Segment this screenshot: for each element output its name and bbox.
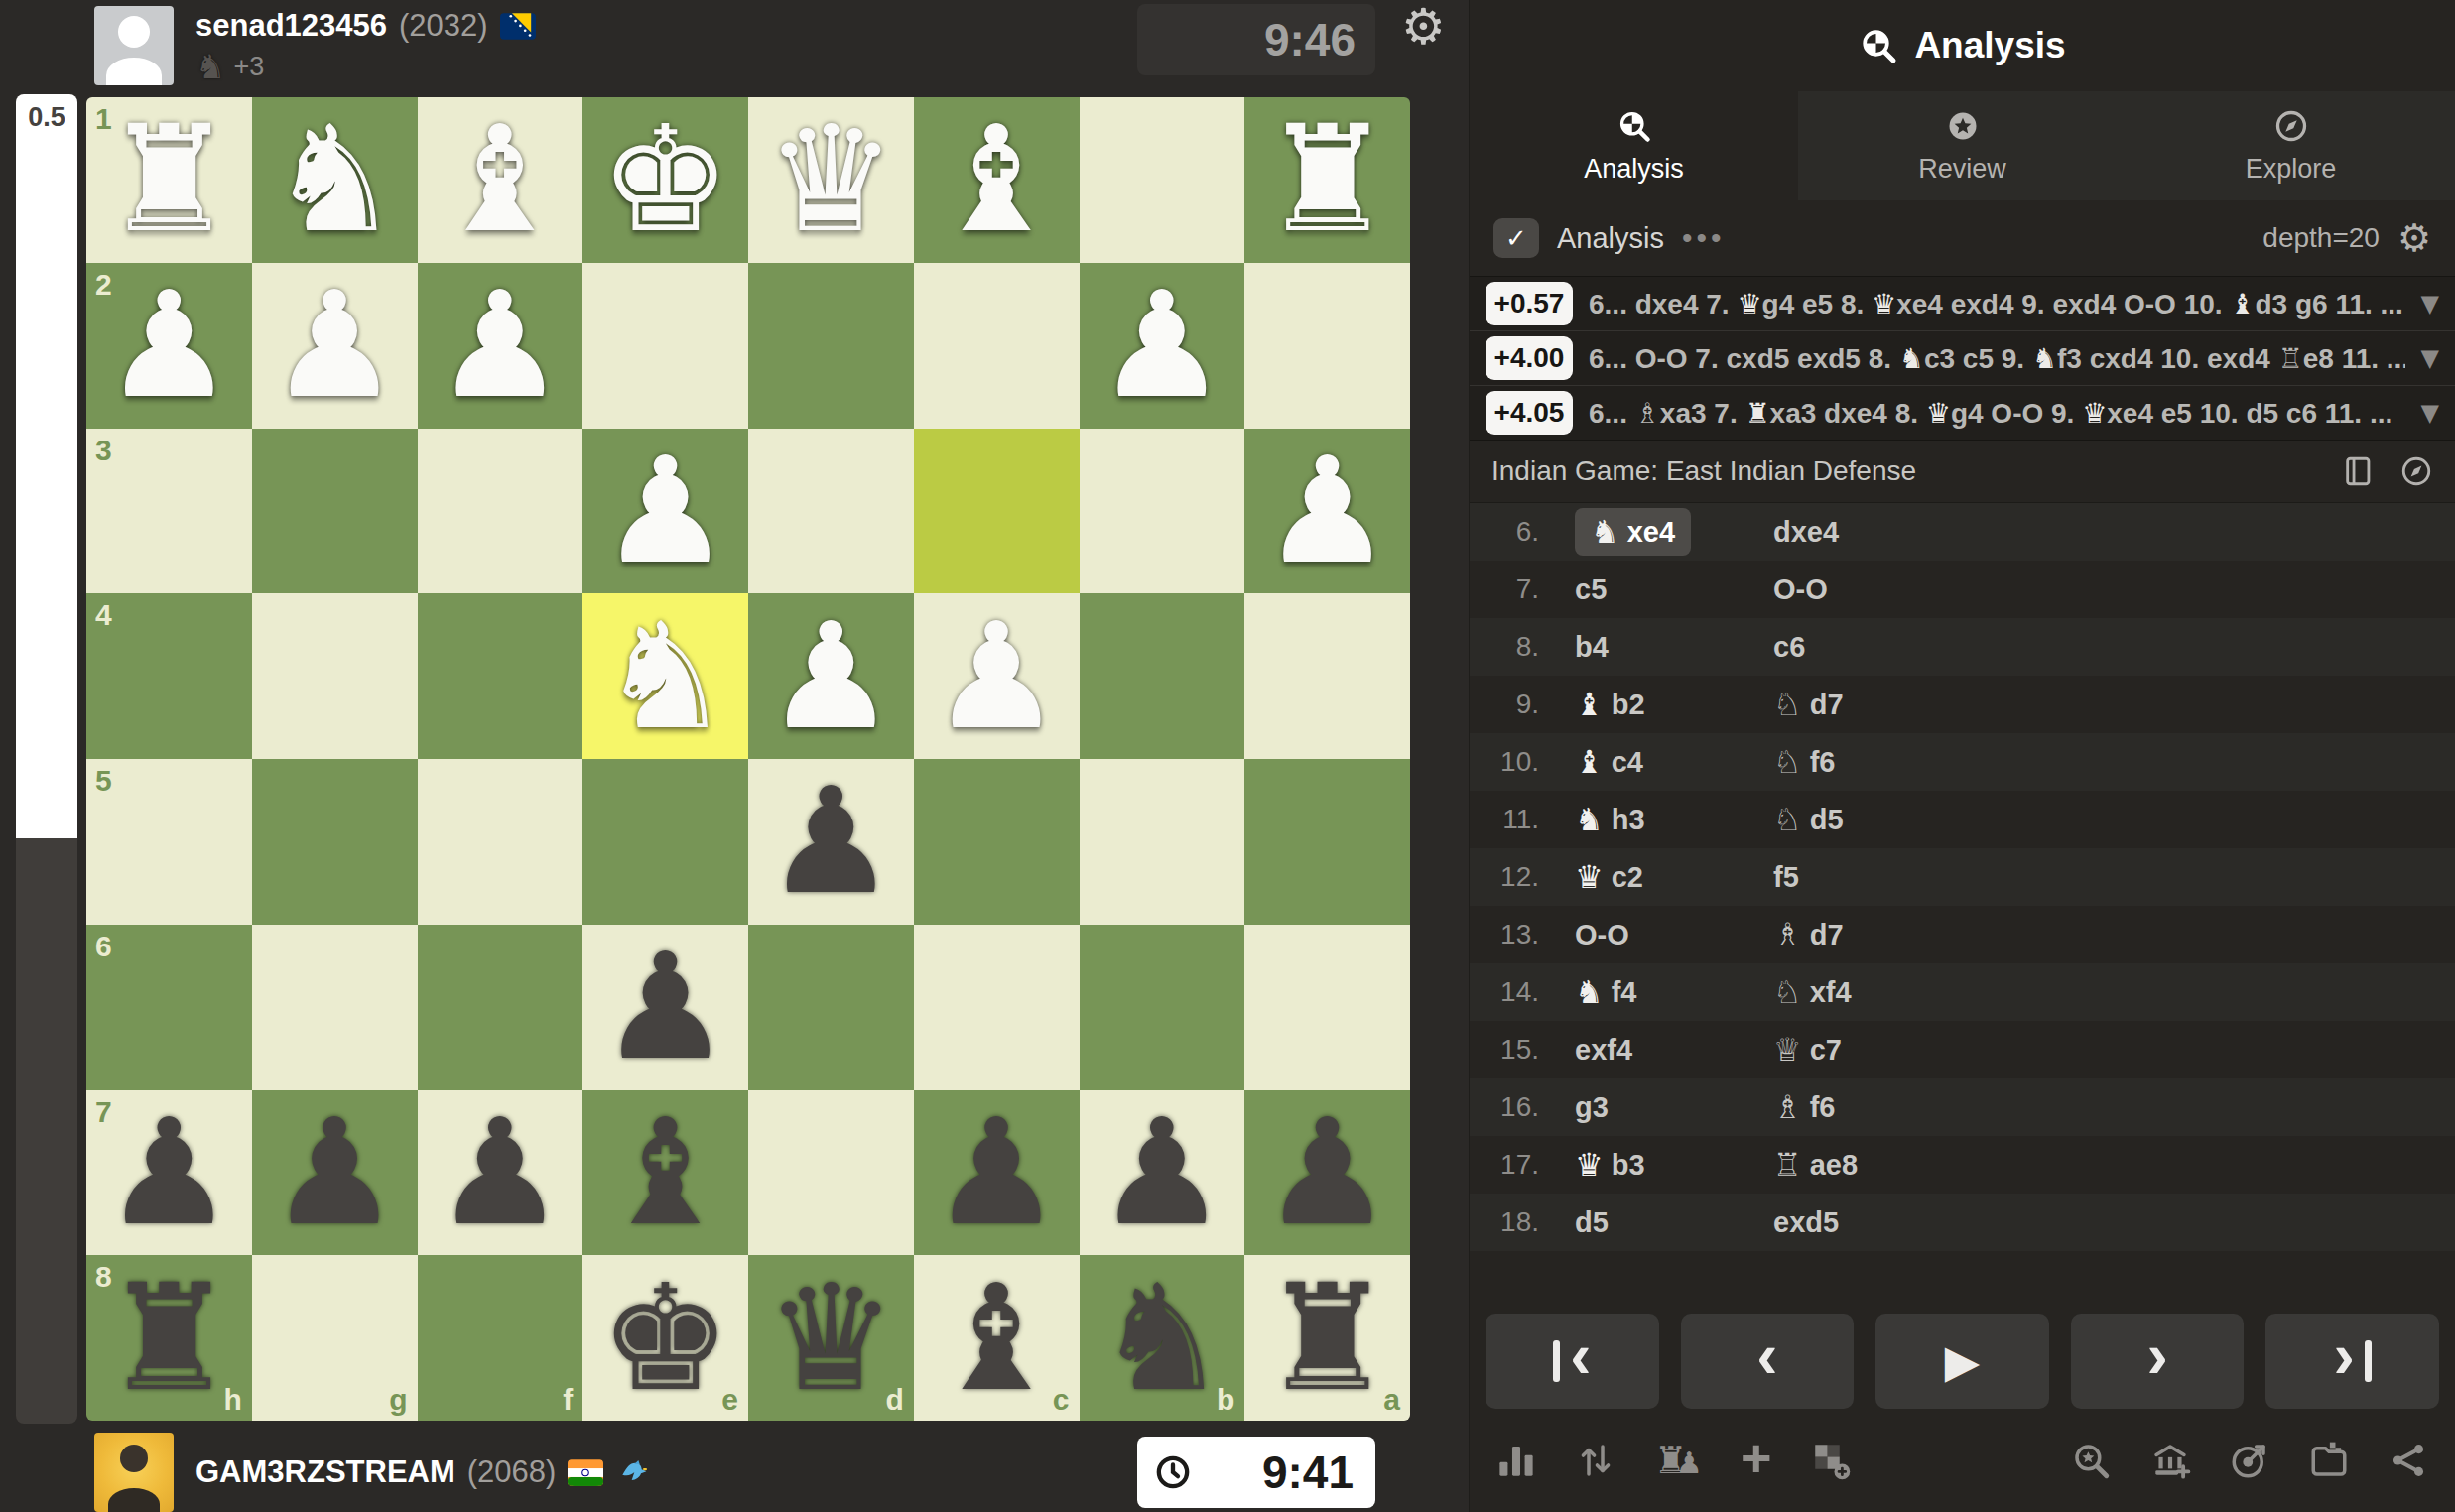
square-f6[interactable] xyxy=(418,925,583,1090)
tab-bar: Analysis Review Explore xyxy=(1470,91,2455,200)
openings-library-icon[interactable] xyxy=(2149,1440,2191,1481)
analysis-magnifier-icon xyxy=(1859,26,1898,65)
tab-analysis-label: Analysis xyxy=(1584,154,1684,185)
square-a6[interactable] xyxy=(1244,925,1410,1090)
chess-board: 1♜♞♝♚♛♝♜2♟♟♟♟3♟♟4♞♟♟5♟6♟7♟♟♟♝♟♟♟8h♜gfe♚d… xyxy=(86,97,1410,1421)
white-knight-piece: ♞ xyxy=(269,106,401,253)
square-e2[interactable] xyxy=(582,263,748,429)
forward-icon: › xyxy=(2146,1323,2167,1387)
black-rook-piece: ♜ xyxy=(1261,1265,1393,1412)
square-b7[interactable]: ♟ xyxy=(1080,1090,1245,1256)
bosnia-flag-icon xyxy=(500,13,536,40)
square-f3[interactable] xyxy=(418,429,583,594)
square-f4[interactable] xyxy=(418,593,583,759)
opening-explorer-compass-icon[interactable] xyxy=(2399,454,2433,488)
engine-depth: depth=20 xyxy=(2262,222,2380,254)
square-d5[interactable]: ♟ xyxy=(748,759,914,925)
move-navigation: ‹‹▶›› xyxy=(1470,1314,2455,1409)
engine-lines: +0.576... dxe4 7. ♛g4 e5 8. ♛xe4 exd4 9.… xyxy=(1470,276,2455,441)
evaluation-chart-icon[interactable] xyxy=(1495,1440,1537,1481)
evaluation-bar: 0.5 xyxy=(16,94,77,1424)
move-row-13: 13.O-O♗d7 xyxy=(1470,906,2455,963)
play-move-button[interactable]: ▶ xyxy=(1875,1314,2049,1409)
move-row-14: 14.♞f4♘xf4 xyxy=(1470,963,2455,1021)
black-move-13[interactable]: ♗d7 xyxy=(1773,916,2455,953)
move-number: 15. xyxy=(1500,1034,1545,1066)
black-bishop-figurine-icon: ♗ xyxy=(1635,397,1660,430)
engine-line-moves: 6... O-O 7. cxd5 exd5 8. ♞c3 c5 9. ♞f3 c… xyxy=(1589,342,2405,375)
white-bishop-figurine-icon: ♝ xyxy=(1575,743,1604,781)
square-c6[interactable] xyxy=(914,925,1080,1090)
square-e5[interactable] xyxy=(582,759,748,925)
top-player-rating: (2032) xyxy=(399,8,488,44)
square-h8[interactable]: 8h♜ xyxy=(86,1255,252,1421)
back-icon: ‹ xyxy=(1756,1323,1777,1387)
square-h3[interactable]: 3 xyxy=(86,429,252,594)
black-pawn-piece: ♟ xyxy=(1261,1099,1393,1246)
square-b4[interactable] xyxy=(1080,593,1245,759)
black-pawn-piece: ♟ xyxy=(599,934,731,1080)
black-pawn-piece: ♟ xyxy=(765,768,897,915)
black-knight-figurine-icon: ♘ xyxy=(1773,686,1802,723)
square-c5[interactable] xyxy=(914,759,1080,925)
file-label-a: a xyxy=(1383,1383,1400,1417)
black-pawn-piece: ♟ xyxy=(931,1099,1063,1246)
black-move-6[interactable]: dxe4 xyxy=(1773,516,2455,549)
move-number: 11. xyxy=(1502,804,1545,835)
move-row-11: 11.♞h3♘d5 xyxy=(1470,791,2455,848)
square-b5[interactable] xyxy=(1080,759,1245,925)
white-pawn-piece: ♟ xyxy=(435,272,567,419)
black-move-14[interactable]: ♘xf4 xyxy=(1773,973,2455,1011)
move-row-8: 8.b4c6 xyxy=(1470,618,2455,676)
add-icon[interactable]: + xyxy=(1741,1434,1772,1487)
rank-label-8: 8 xyxy=(95,1260,112,1294)
move-number: 9. xyxy=(1516,689,1545,720)
black-move-10[interactable]: ♘f6 xyxy=(1773,743,2455,781)
square-b1[interactable] xyxy=(1080,97,1245,263)
square-a1[interactable]: ♜ xyxy=(1244,97,1410,263)
expand-line-caret-icon[interactable]: ▼ xyxy=(2421,344,2439,372)
white-rook-piece: ♜ xyxy=(1261,106,1393,253)
opening-row: Indian Game: East Indian Defense xyxy=(1470,441,2455,503)
black-move-12[interactable]: f5 xyxy=(1773,861,2455,894)
black-rook-figurine-icon: ♖ xyxy=(2278,342,2303,375)
black-rook-figurine-icon: ♖ xyxy=(1773,1146,1802,1184)
black-move-8[interactable]: c6 xyxy=(1773,631,2455,664)
file-label-b: b xyxy=(1217,1383,1234,1417)
move-number: 16. xyxy=(1500,1091,1545,1123)
square-g4[interactable] xyxy=(252,593,418,759)
play-icon: ▶ xyxy=(1945,1338,1980,1384)
tab-explore[interactable]: Explore xyxy=(2127,91,2455,200)
black-bishop-figurine-icon: ♗ xyxy=(1773,916,1802,953)
white-bishop-figurine-icon: ♝ xyxy=(1575,686,1604,723)
square-d2[interactable] xyxy=(748,263,914,429)
square-c7[interactable]: ♟ xyxy=(914,1090,1080,1256)
file-label-h: h xyxy=(223,1383,241,1417)
square-h6[interactable]: 6 xyxy=(86,925,252,1090)
black-knight-figurine-icon: ♘ xyxy=(1773,801,1802,838)
top-player-avatar[interactable] xyxy=(94,6,174,85)
file-label-e: e xyxy=(721,1383,738,1417)
black-knight-figurine-icon: ♘ xyxy=(1773,973,1802,1011)
expand-line-caret-icon[interactable]: ▼ xyxy=(2421,399,2439,427)
dove-emoji xyxy=(615,1456,651,1488)
white-pawn-piece: ♟ xyxy=(599,438,731,584)
engine-line-3[interactable]: +4.056... ♗xa3 7. ♜xa3 dxe4 8. ♛g4 O-O 9… xyxy=(1470,386,2455,440)
black-bishop-figurine-icon: ♗ xyxy=(1773,1088,1802,1126)
white-pawn-piece: ♟ xyxy=(765,603,897,750)
white-move-16[interactable]: g3 xyxy=(1545,1091,1773,1124)
white-move-18[interactable]: d5 xyxy=(1545,1206,1773,1239)
square-e8[interactable]: e♚ xyxy=(582,1255,748,1421)
move-row-9: 9.♝b2♘d7 xyxy=(1470,676,2455,733)
analysis-checkbox-label: Analysis xyxy=(1557,222,1664,255)
white-queen-figurine-icon: ♛ xyxy=(1872,288,1896,320)
square-d4[interactable]: ♟ xyxy=(748,593,914,759)
tab-review[interactable]: Review xyxy=(1798,91,2127,200)
evaluation-score: 0.5 xyxy=(16,102,77,133)
move-row-17: 17.♛b3♖ae8 xyxy=(1470,1136,2455,1194)
square-e7[interactable]: ♝ xyxy=(582,1090,748,1256)
square-f1[interactable]: ♝ xyxy=(418,97,583,263)
white-knight-figurine-icon: ♞ xyxy=(2032,342,2057,375)
square-b6[interactable] xyxy=(1080,925,1245,1090)
black-move-9[interactable]: ♘d7 xyxy=(1773,686,2455,723)
white-bishop-figurine-icon: ♝ xyxy=(2230,288,2255,320)
opening-name[interactable]: Indian Game: East Indian Defense xyxy=(1491,455,1916,487)
black-pawn-piece: ♟ xyxy=(1097,1099,1228,1246)
share-icon[interactable] xyxy=(2388,1440,2429,1481)
move-number: 12. xyxy=(1500,861,1545,893)
white-move-10[interactable]: ♝c4 xyxy=(1545,743,1773,781)
square-g8[interactable]: g xyxy=(252,1255,418,1421)
move-row-15: 15.exf4♕c7 xyxy=(1470,1021,2455,1078)
white-knight-figurine-icon: ♞ xyxy=(1575,801,1604,838)
top-clock-time: 9:46 xyxy=(1264,13,1356,66)
material-count: +3 xyxy=(233,52,264,82)
tab-review-label: Review xyxy=(1918,154,2006,185)
flip-board-icon[interactable] xyxy=(1575,1440,1616,1481)
white-queen-figurine-icon: ♛ xyxy=(2082,397,2107,430)
white-move-9[interactable]: ♝b2 xyxy=(1545,686,1773,723)
move-list: 6.♞xe4dxe47.c5O-O8.b4c69.♝b2♘d710.♝c4♘f6… xyxy=(1470,503,2455,1251)
app: 0.5 senad123456 (2032) ♞ +3 9:46 ⚙ 1♜♞ xyxy=(0,0,2455,1512)
square-h2[interactable]: 2♟ xyxy=(86,263,252,429)
square-c8[interactable]: c♝ xyxy=(914,1255,1080,1421)
white-queen-figurine-icon: ♛ xyxy=(1575,858,1604,896)
square-b2[interactable]: ♟ xyxy=(1080,263,1245,429)
top-clock: 9:46 xyxy=(1137,4,1375,75)
nav-bar-glyph xyxy=(2365,1340,2372,1382)
square-e3[interactable]: ♟ xyxy=(582,429,748,594)
white-move-6[interactable]: ♞xe4 xyxy=(1545,508,1773,556)
square-b8[interactable]: b♞ xyxy=(1080,1255,1245,1421)
first-icon: ‹ xyxy=(1570,1323,1591,1387)
bottom-clock-time: 9:41 xyxy=(1262,1446,1354,1499)
white-pawn-piece: ♟ xyxy=(269,272,401,419)
square-a4[interactable] xyxy=(1244,593,1410,759)
save-game-icon[interactable] xyxy=(2308,1440,2350,1481)
move-number: 6. xyxy=(1516,516,1545,548)
compass-icon xyxy=(2273,108,2309,144)
square-e1[interactable]: ♚ xyxy=(582,97,748,263)
last-move-button[interactable]: › xyxy=(2265,1314,2439,1409)
square-c3[interactable] xyxy=(914,429,1080,594)
square-e4[interactable]: ♞ xyxy=(582,593,748,759)
move-row-10: 10.♝c4♘f6 xyxy=(1470,733,2455,791)
panel-header: Analysis xyxy=(1470,0,2455,91)
square-a3[interactable]: ♟ xyxy=(1244,429,1410,594)
move-number: 14. xyxy=(1500,976,1545,1008)
square-g1[interactable]: ♞ xyxy=(252,97,418,263)
black-rook-piece: ♜ xyxy=(103,1265,235,1412)
black-move-11[interactable]: ♘d5 xyxy=(1773,801,2455,838)
black-move-17[interactable]: ♖ae8 xyxy=(1773,1146,2455,1184)
black-bishop-piece: ♝ xyxy=(931,1265,1063,1412)
black-pawn-piece: ♟ xyxy=(269,1099,401,1246)
evaluation-white-portion: 0.5 xyxy=(16,94,77,838)
eval-badge: +4.00 xyxy=(1486,336,1573,380)
white-bishop-piece: ♝ xyxy=(435,106,567,253)
rank-label-1: 1 xyxy=(95,102,112,136)
square-b3[interactable] xyxy=(1080,429,1245,594)
white-knight-piece: ♞ xyxy=(599,603,731,750)
bottom-clock: 9:41 xyxy=(1137,1437,1375,1508)
bottom-toolbar: ♜♟+ xyxy=(1470,1409,2455,1512)
move-number: 8. xyxy=(1516,631,1545,663)
white-king-piece: ♚ xyxy=(599,106,731,253)
white-bishop-piece: ♝ xyxy=(931,106,1063,253)
forward-move-button[interactable]: › xyxy=(2071,1314,2245,1409)
bottom-player: GAM3RZSTREAM (2068) xyxy=(94,1433,651,1512)
white-knight-figurine-icon: ♞ xyxy=(1899,342,1924,375)
bottom-player-avatar[interactable] xyxy=(94,1433,174,1512)
file-label-d: d xyxy=(885,1383,903,1417)
move-row-16: 16.g3♗f6 xyxy=(1470,1078,2455,1136)
square-f7[interactable]: ♟ xyxy=(418,1090,583,1256)
black-queen-figurine-icon: ♕ xyxy=(1773,1031,1802,1069)
engine-line-moves: 6... ♗xa3 7. ♜xa3 dxe4 8. ♛g4 O-O 9. ♛xe… xyxy=(1589,397,2405,430)
black-king-piece: ♚ xyxy=(599,1265,731,1412)
engine-line-1[interactable]: +0.576... dxe4 7. ♛g4 e5 8. ♛xe4 exd4 9.… xyxy=(1470,277,2455,331)
black-move-7[interactable]: O-O xyxy=(1773,573,2455,606)
panel-spacer xyxy=(1470,1251,2455,1314)
white-move-17[interactable]: ♛b3 xyxy=(1545,1146,1773,1184)
eval-badge: +4.05 xyxy=(1486,391,1573,435)
nav-bar-glyph xyxy=(1553,1340,1560,1382)
first-move-button[interactable]: ‹ xyxy=(1486,1314,1659,1409)
black-queen-piece: ♛ xyxy=(765,1265,897,1412)
file-label-f: f xyxy=(563,1383,573,1417)
square-c2[interactable] xyxy=(914,263,1080,429)
tab-explore-label: Explore xyxy=(2246,154,2337,185)
square-a8[interactable]: a♜ xyxy=(1244,1255,1410,1421)
move-number: 17. xyxy=(1500,1149,1545,1181)
analysis-panel: Analysis Analysis Review xyxy=(1469,0,2455,1512)
white-move-15[interactable]: exf4 xyxy=(1545,1034,1773,1067)
file-label-g: g xyxy=(389,1383,407,1417)
square-d1[interactable]: ♛ xyxy=(748,97,914,263)
panel-title: Analysis xyxy=(1914,25,2065,66)
file-label-c: c xyxy=(1053,1383,1070,1417)
white-move-11[interactable]: ♞h3 xyxy=(1545,801,1773,838)
square-d3[interactable] xyxy=(748,429,914,594)
move-number: 7. xyxy=(1516,573,1545,605)
white-move-12[interactable]: ♛c2 xyxy=(1545,858,1773,896)
expand-line-caret-icon[interactable]: ▼ xyxy=(2421,290,2439,317)
setup-board-icon[interactable] xyxy=(1810,1440,1852,1481)
black-bishop-piece: ♝ xyxy=(599,1099,731,1246)
white-rook-figurine-icon: ♜ xyxy=(1744,397,1769,430)
eval-badge: +0.57 xyxy=(1486,282,1573,325)
captured-knight-icon: ♞ xyxy=(195,50,225,83)
rank-label-3: 3 xyxy=(95,434,112,467)
white-pawn-piece: ♟ xyxy=(1097,272,1228,419)
settings-gear-icon[interactable]: ⚙ xyxy=(1401,2,1446,52)
captured-pieces: ♞ +3 xyxy=(195,50,536,83)
engine-line-2[interactable]: +4.006... O-O 7. cxd5 exd5 8. ♞c3 c5 9. … xyxy=(1470,331,2455,386)
square-h4[interactable]: 4 xyxy=(86,593,252,759)
move-row-6: 6.♞xe4dxe4 xyxy=(1470,503,2455,561)
white-pawn-piece: ♟ xyxy=(103,272,235,419)
bottom-player-rating: (2068) xyxy=(467,1454,557,1490)
analysis-checkbox[interactable]: ✓ xyxy=(1493,218,1539,258)
square-h7[interactable]: 7♟ xyxy=(86,1090,252,1256)
white-pawn-piece: ♟ xyxy=(931,603,1063,750)
move-number: 18. xyxy=(1500,1206,1545,1238)
engine-toggle-row: ✓ Analysis ••• depth=20 ⚙ xyxy=(1470,200,2455,276)
white-queen-figurine-icon: ♛ xyxy=(1575,1146,1604,1184)
square-a2[interactable] xyxy=(1244,263,1410,429)
black-knight-piece: ♞ xyxy=(1097,1265,1228,1412)
bottom-player-name[interactable]: GAM3RZSTREAM xyxy=(195,1454,455,1490)
rank-label-5: 5 xyxy=(95,764,112,798)
black-move-15[interactable]: ♕c7 xyxy=(1773,1031,2455,1069)
rank-label-7: 7 xyxy=(95,1095,112,1129)
white-queen-piece: ♛ xyxy=(765,106,897,253)
move-number: 13. xyxy=(1500,919,1545,950)
square-g7[interactable]: ♟ xyxy=(252,1090,418,1256)
top-player-name[interactable]: senad123456 xyxy=(195,8,387,44)
square-d6[interactable] xyxy=(748,925,914,1090)
square-c1[interactable]: ♝ xyxy=(914,97,1080,263)
square-d7[interactable] xyxy=(748,1090,914,1256)
black-move-16[interactable]: ♗f6 xyxy=(1773,1088,2455,1126)
tab-analysis[interactable]: Analysis xyxy=(1470,91,1798,200)
square-h1[interactable]: 1♜ xyxy=(86,97,252,263)
engine-menu-dots[interactable]: ••• xyxy=(1682,221,1726,255)
white-rook-piece: ♜ xyxy=(103,106,235,253)
engine-line-moves: 6... dxe4 7. ♛g4 e5 8. ♛xe4 exd4 9. exd4… xyxy=(1589,288,2405,320)
move-row-18: 18.d5exd5 xyxy=(1470,1194,2455,1251)
black-pawn-piece: ♟ xyxy=(103,1099,235,1246)
white-move-13[interactable]: O-O xyxy=(1545,919,1773,951)
square-g2[interactable]: ♟ xyxy=(252,263,418,429)
square-g6[interactable] xyxy=(252,925,418,1090)
engine-settings-gear-icon[interactable]: ⚙ xyxy=(2397,219,2431,257)
move-number: 10. xyxy=(1500,746,1545,778)
white-queen-figurine-icon: ♛ xyxy=(1737,288,1761,320)
square-d8[interactable]: d♛ xyxy=(748,1255,914,1421)
square-g3[interactable] xyxy=(252,429,418,594)
top-player: senad123456 (2032) ♞ +3 xyxy=(94,6,536,85)
square-c4[interactable]: ♟ xyxy=(914,593,1080,759)
white-move-7[interactable]: c5 xyxy=(1545,573,1773,606)
white-knight-figurine-icon: ♞ xyxy=(1591,513,1619,551)
black-knight-figurine-icon: ♘ xyxy=(1773,743,1802,781)
analysis-magnifier-icon xyxy=(1616,108,1652,144)
black-pawn-piece: ♟ xyxy=(435,1099,567,1246)
white-move-14[interactable]: ♞f4 xyxy=(1545,973,1773,1011)
square-e6[interactable]: ♟ xyxy=(582,925,748,1090)
clock-icon xyxy=(1153,1452,1193,1492)
game-review-search-icon[interactable] xyxy=(2070,1440,2112,1481)
square-h5[interactable]: 5 xyxy=(86,759,252,925)
square-f8[interactable]: f xyxy=(418,1255,583,1421)
india-flag-icon xyxy=(568,1459,603,1486)
square-f5[interactable] xyxy=(418,759,583,925)
white-queen-figurine-icon: ♛ xyxy=(1926,397,1951,430)
square-f2[interactable]: ♟ xyxy=(418,263,583,429)
selected-move[interactable]: ♞xe4 xyxy=(1575,508,1691,556)
rank-label-4: 4 xyxy=(95,598,112,632)
opening-book-icon[interactable] xyxy=(2342,454,2376,488)
practice-target-icon[interactable] xyxy=(2229,1440,2270,1481)
last-icon: › xyxy=(2334,1323,2355,1387)
rank-label-6: 6 xyxy=(95,930,112,963)
white-move-8[interactable]: b4 xyxy=(1545,631,1773,664)
square-a5[interactable] xyxy=(1244,759,1410,925)
rank-label-2: 2 xyxy=(95,268,112,302)
move-row-12: 12.♛c2f5 xyxy=(1470,848,2455,906)
white-pawn-piece: ♟ xyxy=(1261,438,1393,584)
move-row-7: 7.c5O-O xyxy=(1470,561,2455,618)
white-knight-figurine-icon: ♞ xyxy=(1575,973,1604,1011)
black-move-18[interactable]: exd5 xyxy=(1773,1206,2455,1239)
pieces-icon[interactable]: ♜♟ xyxy=(1654,1442,1703,1479)
back-move-button[interactable]: ‹ xyxy=(1681,1314,1855,1409)
square-a7[interactable]: ♟ xyxy=(1244,1090,1410,1256)
star-circle-icon xyxy=(1945,108,1981,144)
square-g5[interactable] xyxy=(252,759,418,925)
